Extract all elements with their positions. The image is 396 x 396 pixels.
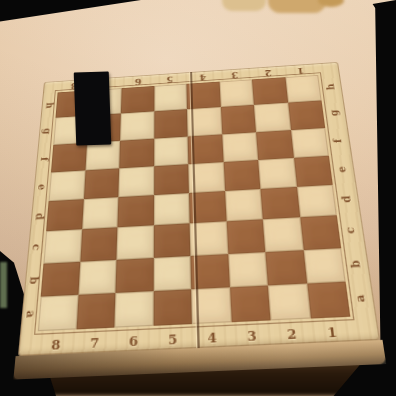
square-g5 — [154, 109, 188, 138]
black-object — [74, 71, 112, 145]
file-label: e — [336, 166, 348, 173]
rank-label: 2 — [286, 328, 297, 342]
rank-label: 3 — [231, 70, 239, 79]
file-label: f — [39, 156, 50, 161]
file-label: h — [44, 102, 54, 109]
file-label: h — [325, 84, 336, 91]
rank-label: 2 — [264, 68, 272, 77]
file-label: a — [24, 310, 36, 318]
rank-label: 1 — [297, 66, 305, 75]
rank-label: 5 — [167, 75, 174, 84]
green-object-sliver — [0, 262, 7, 308]
square-e8 — [49, 170, 85, 201]
file-label: e — [36, 184, 47, 191]
file-label: d — [34, 213, 45, 221]
file-label: b — [28, 276, 40, 284]
square-b6 — [115, 257, 153, 292]
square-a7 — [76, 293, 115, 330]
square-b8 — [41, 261, 80, 296]
rank-label: 8 — [51, 338, 61, 352]
square-d6 — [117, 195, 153, 227]
square-d8 — [46, 199, 83, 231]
rank-label: 6 — [134, 77, 141, 86]
file-label: a — [354, 294, 367, 302]
square-a5 — [153, 289, 192, 326]
square-a8 — [38, 295, 78, 332]
rank-label: 3 — [247, 330, 257, 344]
square-c6 — [116, 226, 153, 260]
square-f5 — [154, 136, 189, 166]
square-f8 — [51, 142, 87, 172]
square-c7 — [80, 228, 118, 262]
rank-label: 1 — [327, 326, 338, 340]
square-h5 — [154, 84, 187, 112]
blurred-chess-piece-1 — [222, 0, 266, 11]
square-e6 — [118, 166, 153, 197]
square-g6 — [120, 112, 154, 141]
square-c8 — [43, 230, 81, 264]
file-label: g — [329, 110, 340, 117]
square-f6 — [119, 138, 154, 168]
square-e7 — [83, 168, 119, 199]
file-label: d — [341, 195, 353, 203]
rank-label: 7 — [90, 337, 100, 351]
square-h6 — [121, 86, 154, 114]
square-a6 — [114, 291, 153, 328]
rank-label: 5 — [168, 333, 177, 347]
file-label: b — [349, 259, 362, 267]
file-label: c — [345, 227, 358, 234]
square-c5 — [153, 224, 190, 258]
file-label: g — [41, 128, 52, 135]
file-label: c — [31, 244, 43, 251]
file-label: f — [333, 138, 344, 143]
chess-board: 8 7 6 5 4 3 2 1 8 7 6 5 4 3 2 1 h g f e … — [18, 62, 380, 356]
blurred-chess-piece-2 — [268, 0, 326, 13]
square-b5 — [153, 255, 191, 290]
rank-label: 6 — [129, 335, 138, 349]
square-b7 — [78, 259, 117, 294]
square-d5 — [153, 193, 189, 225]
square-d7 — [82, 197, 119, 229]
rank-label: 4 — [199, 73, 206, 82]
chessboard-photo: 8 7 6 5 4 3 2 1 8 7 6 5 4 3 2 1 h g f e … — [0, 0, 396, 396]
rank-label: 4 — [207, 331, 217, 345]
square-e5 — [154, 164, 189, 195]
